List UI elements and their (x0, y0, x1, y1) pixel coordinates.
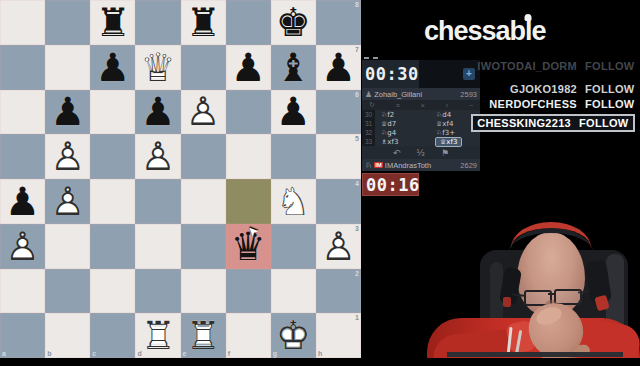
nose-shadow (545, 300, 557, 310)
logo-pawn-l: l (525, 16, 532, 47)
file-label: g (273, 350, 277, 357)
square-a1[interactable]: a (0, 313, 45, 358)
follower-row: GJOKO1982 FOLLOW (510, 83, 635, 95)
square-h8[interactable]: 8 (316, 0, 361, 45)
black-rook: ♜ (181, 0, 226, 45)
square-b7[interactable] (45, 45, 90, 90)
headset-accent (594, 295, 609, 312)
follower-row-highlighted: CHESSKING2213 FOLLOW (471, 114, 635, 132)
square-f5[interactable] (226, 134, 271, 179)
square-h1[interactable]: 1h (316, 313, 361, 358)
white-pawn: ♟ (45, 179, 90, 224)
square-e6[interactable]: ♟♙ (181, 90, 226, 135)
square-b1[interactable]: b (45, 313, 90, 358)
bottom-letterbox-bar (0, 358, 640, 366)
white-king: ♚ (271, 313, 316, 358)
cycle-icon[interactable]: ↻ (369, 101, 375, 109)
file-label: d (137, 350, 141, 357)
im-title-badge: IM (374, 162, 383, 168)
file-label: f (228, 350, 230, 357)
square-a5[interactable] (0, 134, 45, 179)
game-panel: 00:30 + ♟ Zohaib_Gillani 2593 ↻ ≡ × ‹ − … (362, 55, 480, 196)
square-a2[interactable] (0, 269, 45, 314)
desk-edge (447, 352, 623, 357)
move-row: 31 ♕d7 ♕xf4 (362, 119, 480, 128)
move-white[interactable]: ♘f2 (375, 111, 430, 119)
black-king: ♚ (271, 0, 316, 45)
stream-screen: ♜♜♚8♟♛♕♟♝♟7♟♟♟♙♟6♟♙♟♙5♟♟♙♞♘4♟♙♛➤♟♙32abc♜… (0, 0, 640, 366)
square-e8[interactable]: ♜ (181, 0, 226, 45)
square-f3[interactable]: ♛➤ (226, 224, 271, 269)
hoodie-shoulder-right (558, 318, 640, 362)
square-b8[interactable] (45, 0, 90, 45)
chair-highlight (490, 262, 503, 350)
square-e3[interactable] (181, 224, 226, 269)
white-piece-icon: ♘ (365, 161, 372, 170)
white-pawn: ♟ (181, 90, 226, 135)
follower-notifications: IWOTODAI_DORM FOLLOW GJOKO1982 FOLLOW NE… (471, 60, 635, 132)
headset-earcup-right (585, 260, 612, 305)
player-row-white: ♘ IM IMAndrasToth 2629 (362, 159, 480, 171)
black-bishop: ♝ (271, 45, 316, 90)
black-pawn: ♟ (90, 45, 135, 90)
mouse-cursor-icon: ➤ (243, 222, 261, 240)
square-g8[interactable]: ♚ (271, 0, 316, 45)
player-name-white[interactable]: IMAndrasToth (385, 161, 431, 170)
square-c4[interactable] (90, 179, 135, 224)
square-a8[interactable] (0, 0, 45, 45)
square-a7[interactable] (0, 45, 45, 90)
chessable-logo: chessable (424, 16, 546, 47)
file-label: a (2, 350, 6, 357)
rank-label: 4 (355, 180, 359, 187)
glasses-bridge (548, 293, 555, 295)
black-pawn: ♟ (45, 90, 90, 135)
square-h2[interactable]: 2 (316, 269, 361, 314)
white-rook: ♜ (135, 313, 180, 358)
rank-label: 7 (355, 46, 359, 53)
move-list: 30 ♘f2 ♘d4 31 ♕d7 ♕xf4 32 ♘g4 ♘f3+ 33 ♗x… (362, 110, 480, 146)
rank-label: 8 (355, 1, 359, 8)
back-icon[interactable]: ‹ (446, 102, 448, 109)
black-pawn: ♟ (135, 90, 180, 135)
square-d5[interactable]: ♟♙ (135, 134, 180, 179)
square-a3[interactable]: ♟♙ (0, 224, 45, 269)
draw-offer-icon[interactable]: ½ (416, 148, 425, 158)
square-e1[interactable]: ♜♖e (181, 313, 226, 358)
move-black[interactable]: ♘f3+ (430, 129, 455, 137)
square-c6[interactable] (90, 90, 135, 135)
square-d4[interactable] (135, 179, 180, 224)
white-queen: ♛ (135, 45, 180, 90)
black-clock: 00:30 (362, 60, 419, 88)
square-d1[interactable]: ♜♖d (135, 313, 180, 358)
move-list-toolbar: ↻ ≡ × ‹ − (362, 100, 480, 110)
black-pawn: ♟ (271, 90, 316, 135)
player-name-black[interactable]: Zohaib_Gillani (374, 90, 422, 99)
square-b3[interactable] (45, 224, 90, 269)
move-white[interactable]: ♘g4 (375, 129, 430, 137)
square-b5[interactable]: ♟♙ (45, 134, 90, 179)
black-pawn: ♟ (0, 179, 45, 224)
square-c2[interactable] (90, 269, 135, 314)
square-g1[interactable]: ♚♔g (271, 313, 316, 358)
square-f2[interactable] (226, 269, 271, 314)
chair-highlight (606, 254, 624, 352)
square-c8[interactable]: ♜ (90, 0, 135, 45)
square-b6[interactable]: ♟ (45, 90, 90, 135)
square-f4[interactable] (226, 179, 271, 224)
close-icon[interactable]: × (421, 102, 425, 109)
hoodie-drawstring (506, 327, 512, 357)
headset-accent (503, 297, 511, 307)
square-c7[interactable]: ♟ (90, 45, 135, 90)
hoodie-collar (505, 320, 537, 355)
white-pawn: ♟ (45, 134, 90, 179)
square-a6[interactable] (0, 90, 45, 135)
follower-row: NERDOFCHESS FOLLOW (489, 98, 635, 110)
move-white[interactable]: ♕d7 (375, 120, 430, 128)
square-f7[interactable]: ♟ (226, 45, 271, 90)
square-h3[interactable]: ♟♙3 (316, 224, 361, 269)
move-row: 30 ♘f2 ♘d4 (362, 110, 480, 119)
player-rating-white: 2629 (460, 161, 477, 170)
square-f8[interactable] (226, 0, 271, 45)
hand-knuckle (534, 304, 564, 328)
file-label: e (183, 350, 187, 357)
file-label: c (92, 350, 96, 357)
rank-label: 1 (355, 314, 359, 321)
square-h5[interactable]: 5 (316, 134, 361, 179)
chess-board: ♜♜♚8♟♛♕♟♝♟7♟♟♟♙♟6♟♙♟♙5♟♟♙♞♘4♟♙♛➤♟♙32abc♜… (0, 0, 361, 358)
move-row: 33 ♗xf3 ♕xf3 (362, 137, 480, 146)
rank-label: 3 (355, 225, 359, 232)
square-e7[interactable] (181, 45, 226, 90)
player-row-black: ♟ Zohaib_Gillani 2593 (362, 88, 480, 100)
square-f1[interactable]: f (226, 313, 271, 358)
square-g7[interactable]: ♝ (271, 45, 316, 90)
square-g2[interactable] (271, 269, 316, 314)
black-pawn: ♟ (226, 45, 271, 90)
square-h7[interactable]: ♟7 (316, 45, 361, 90)
square-d2[interactable] (135, 269, 180, 314)
square-e4[interactable] (181, 179, 226, 224)
square-b4[interactable]: ♟♙ (45, 179, 90, 224)
move-black[interactable]: ♘d4 (430, 111, 451, 119)
glasses-arm (578, 290, 590, 293)
hoodie-drawstring (515, 330, 522, 356)
rank-label: 6 (355, 91, 359, 98)
square-c1[interactable]: c (90, 313, 135, 358)
white-pawn: ♟ (0, 224, 45, 269)
square-d6[interactable]: ♟ (135, 90, 180, 135)
file-label: b (47, 350, 51, 357)
gaming-chair (480, 250, 628, 358)
square-g3[interactable] (271, 224, 316, 269)
square-a4[interactable]: ♟ (0, 179, 45, 224)
black-rook: ♜ (90, 0, 135, 45)
follower-row: IWOTODAI_DORM FOLLOW (477, 60, 635, 72)
move-row: 32 ♘g4 ♘f3+ (362, 128, 480, 137)
headset-band (509, 228, 593, 277)
list-icon[interactable]: ≡ (396, 102, 400, 109)
top-clock-row: 00:30 + (362, 60, 480, 88)
white-rook: ♜ (181, 313, 226, 358)
move-black-current[interactable]: ♕xf3 (436, 138, 461, 146)
headset-band-red (511, 222, 591, 274)
resign-flag-icon[interactable]: ⚑ (441, 148, 449, 158)
streamer-hand (526, 300, 587, 361)
move-black[interactable]: ♕xf4 (430, 120, 453, 128)
headset-earcup-left (499, 267, 522, 305)
square-c3[interactable] (90, 224, 135, 269)
square-d7[interactable]: ♛♕ (135, 45, 180, 90)
move-white[interactable]: ♗xf3 (375, 138, 430, 146)
rank-label: 2 (355, 270, 359, 277)
square-d8[interactable] (135, 0, 180, 45)
square-b2[interactable] (45, 269, 90, 314)
takeback-icon[interactable]: ↶ (393, 148, 401, 158)
glasses-lens-right (554, 289, 582, 305)
game-controls: ↶ ½ ⚑ (362, 146, 480, 159)
white-knight: ♞ (271, 179, 316, 224)
file-label: h (318, 350, 322, 357)
square-e5[interactable] (181, 134, 226, 179)
glasses-lens-left (524, 290, 552, 306)
red-hoodie (427, 318, 640, 358)
square-g5[interactable] (271, 134, 316, 179)
white-clock-active: 00:16 (362, 173, 419, 196)
square-e2[interactable] (181, 269, 226, 314)
black-piece-icon: ♟ (365, 90, 372, 99)
square-h4[interactable]: 4 (316, 179, 361, 224)
streamer-head (517, 232, 585, 316)
square-f6[interactable] (226, 90, 271, 135)
glasses-arm (512, 293, 524, 297)
rank-label: 5 (355, 135, 359, 142)
white-pawn: ♟ (135, 134, 180, 179)
square-h6[interactable]: 6 (316, 90, 361, 135)
square-d3[interactable] (135, 224, 180, 269)
square-g4[interactable]: ♞♘ (271, 179, 316, 224)
square-c5[interactable] (90, 134, 135, 179)
square-g6[interactable]: ♟ (271, 90, 316, 135)
